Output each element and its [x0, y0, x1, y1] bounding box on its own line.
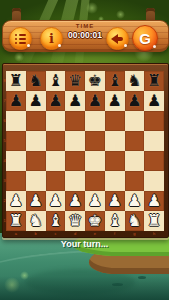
rank-label: 6: [3, 111, 6, 131]
chess-piece-black-bishop[interactable]: ♝: [107, 73, 121, 89]
timer-label: TIME: [66, 23, 104, 29]
rank-label: 3: [3, 171, 6, 191]
chess-piece-white-queen[interactable]: ♛: [68, 213, 82, 229]
chess-square-a6[interactable]: [6, 111, 26, 131]
chess-square-c8[interactable]: ♝: [46, 71, 66, 91]
rank-label: 4: [3, 151, 6, 171]
chess-piece-black-rook[interactable]: ♜: [147, 73, 161, 89]
file-coordinates: abcdefgh: [6, 231, 164, 237]
timer-value: 00:00:01: [66, 30, 104, 40]
button-shine: [58, 44, 61, 47]
file-label: h: [144, 231, 164, 237]
chess-square-a2[interactable]: ♟: [6, 191, 26, 211]
chess-piece-white-pawn[interactable]: ♟: [48, 193, 62, 209]
chess-piece-black-pawn[interactable]: ♟: [28, 93, 42, 109]
chess-piece-black-pawn[interactable]: ♟: [88, 93, 102, 109]
chess-square-b7[interactable]: ♟: [26, 91, 46, 111]
info-button[interactable]: i: [40, 27, 63, 50]
chess-square-a3[interactable]: [6, 171, 26, 191]
rank-label: 5: [3, 131, 6, 151]
chess-square-h1[interactable]: ♜: [144, 211, 164, 231]
menu-button[interactable]: [9, 27, 32, 50]
chess-piece-white-bishop[interactable]: ♝: [48, 213, 62, 229]
chess-square-d3[interactable]: [65, 171, 85, 191]
chess-piece-white-pawn[interactable]: ♟: [147, 193, 161, 209]
chess-piece-black-rook[interactable]: ♜: [9, 73, 23, 89]
info-icon: i: [49, 32, 54, 45]
chess-piece-white-rook[interactable]: ♜: [147, 213, 161, 229]
chess-square-e8[interactable]: ♚: [85, 71, 105, 91]
chess-square-c6[interactable]: [46, 111, 66, 131]
chess-piece-black-pawn[interactable]: ♟: [9, 93, 23, 109]
chess-square-c5[interactable]: [46, 131, 66, 151]
chess-piece-white-king[interactable]: ♚: [88, 213, 102, 229]
chess-piece-black-king[interactable]: ♚: [88, 73, 102, 89]
chess-square-f3[interactable]: [105, 171, 125, 191]
chess-square-e3[interactable]: [85, 171, 105, 191]
chess-piece-black-pawn[interactable]: ♟: [68, 93, 82, 109]
chess-board: ♜♞♝♛♚♝♞♜♟♟♟♟♟♟♟♟♟♟♟♟♟♟♟♟♜♞♝♛♚♝♞♜ abcdefg…: [2, 63, 169, 238]
chess-square-b8[interactable]: ♞: [26, 71, 46, 91]
chess-piece-black-bishop[interactable]: ♝: [48, 73, 62, 89]
chess-square-c1[interactable]: ♝: [46, 211, 66, 231]
file-label: g: [125, 231, 145, 237]
file-label: d: [65, 231, 85, 237]
file-label: f: [105, 231, 125, 237]
chess-square-a4[interactable]: [6, 151, 26, 171]
chess-square-f1[interactable]: ♝: [105, 211, 125, 231]
chess-square-g7[interactable]: ♟: [125, 91, 145, 111]
chess-square-h6[interactable]: [144, 111, 164, 131]
chess-square-g6[interactable]: [125, 111, 145, 131]
chess-piece-white-knight[interactable]: ♞: [127, 213, 141, 229]
chess-piece-black-knight[interactable]: ♞: [28, 73, 42, 89]
chess-piece-black-pawn[interactable]: ♟: [48, 93, 62, 109]
chess-square-f2[interactable]: ♟: [105, 191, 125, 211]
chess-square-f4[interactable]: [105, 151, 125, 171]
chess-square-c3[interactable]: [46, 171, 66, 191]
chess-square-g8[interactable]: ♞: [125, 71, 145, 91]
timer: TIME 00:00:01: [66, 23, 104, 40]
chess-piece-white-pawn[interactable]: ♟: [88, 193, 102, 209]
chess-piece-white-knight[interactable]: ♞: [28, 213, 42, 229]
chess-square-h7[interactable]: ♟: [144, 91, 164, 111]
chess-square-b1[interactable]: ♞: [26, 211, 46, 231]
chess-square-e5[interactable]: [85, 131, 105, 151]
rank-label: 8: [3, 71, 6, 91]
chess-piece-white-pawn[interactable]: ♟: [9, 193, 23, 209]
chess-square-f6[interactable]: [105, 111, 125, 131]
menu-list-icon: [15, 34, 26, 44]
chess-square-h3[interactable]: [144, 171, 164, 191]
chess-board-grid: ♜♞♝♛♚♝♞♜♟♟♟♟♟♟♟♟♟♟♟♟♟♟♟♟♜♞♝♛♚♝♞♜: [6, 71, 164, 231]
chess-square-a1[interactable]: ♜: [6, 211, 26, 231]
chess-square-e2[interactable]: ♟: [85, 191, 105, 211]
back-button[interactable]: [106, 27, 129, 50]
back-arrow-icon: [111, 34, 124, 44]
button-shine: [27, 44, 30, 47]
button-shine: [124, 44, 127, 47]
chess-square-c4[interactable]: [46, 151, 66, 171]
chess-piece-black-knight[interactable]: ♞: [127, 73, 141, 89]
rank-label: 7: [3, 91, 6, 111]
chess-square-d7[interactable]: ♟: [65, 91, 85, 111]
chess-square-h8[interactable]: ♜: [144, 71, 164, 91]
chess-square-d8[interactable]: ♛: [65, 71, 85, 91]
chess-square-b6[interactable]: [26, 111, 46, 131]
chess-square-b2[interactable]: ♟: [26, 191, 46, 211]
button-shine: [153, 45, 156, 48]
rank-coordinates: 87654321: [3, 71, 6, 231]
chess-square-e1[interactable]: ♚: [85, 211, 105, 231]
file-label: c: [46, 231, 66, 237]
chess-piece-white-bishop[interactable]: ♝: [107, 213, 121, 229]
chess-square-b3[interactable]: [26, 171, 46, 191]
rank-label: 1: [3, 211, 6, 231]
chess-square-e7[interactable]: ♟: [85, 91, 105, 111]
chess-square-a7[interactable]: ♟: [6, 91, 26, 111]
g-logo-icon: G: [139, 31, 151, 46]
chess-square-g2[interactable]: ♟: [125, 191, 145, 211]
chess-square-g3[interactable]: [125, 171, 145, 191]
rank-label: 2: [3, 191, 6, 211]
chess-square-d5[interactable]: [65, 131, 85, 151]
chess-piece-black-pawn[interactable]: ♟: [127, 93, 141, 109]
chess-square-c7[interactable]: ♟: [46, 91, 66, 111]
chess-square-d1[interactable]: ♛: [65, 211, 85, 231]
bokeh-dot: [116, 10, 125, 19]
chess-square-g4[interactable]: [125, 151, 145, 171]
chess-square-d4[interactable]: [65, 151, 85, 171]
chess-square-f8[interactable]: ♝: [105, 71, 125, 91]
chess-square-h4[interactable]: [144, 151, 164, 171]
chess-square-e4[interactable]: [85, 151, 105, 171]
chess-game-screen: i TIME 00:00:01 G ♜♞♝♛♚♝♞♜♟♟♟♟♟♟♟♟♟♟♟♟♟♟…: [0, 0, 169, 300]
chess-square-a8[interactable]: ♜: [6, 71, 26, 91]
chess-square-d2[interactable]: ♟: [65, 191, 85, 211]
file-label: e: [85, 231, 105, 237]
chess-square-c2[interactable]: ♟: [46, 191, 66, 211]
chess-piece-white-pawn[interactable]: ♟: [107, 193, 121, 209]
bokeh-dot: [86, 2, 98, 14]
chess-square-b4[interactable]: [26, 151, 46, 171]
bottom-vignette: [0, 276, 169, 300]
chess-square-f5[interactable]: [105, 131, 125, 151]
chess-square-f7[interactable]: ♟: [105, 91, 125, 111]
file-label: b: [26, 231, 46, 237]
chess-piece-white-pawn[interactable]: ♟: [68, 193, 82, 209]
chess-piece-white-pawn[interactable]: ♟: [28, 193, 42, 209]
chess-square-b5[interactable]: [26, 131, 46, 151]
chess-square-a5[interactable]: [6, 131, 26, 151]
chess-square-g1[interactable]: ♞: [125, 211, 145, 231]
logo-button[interactable]: G: [132, 25, 158, 51]
bokeh-dot: [14, 52, 24, 62]
chess-square-g5[interactable]: [125, 131, 145, 151]
chess-square-h5[interactable]: [144, 131, 164, 151]
chess-square-d6[interactable]: [65, 111, 85, 131]
chess-square-e6[interactable]: [85, 111, 105, 131]
file-label: a: [6, 231, 26, 237]
chess-piece-white-pawn[interactable]: ♟: [127, 193, 141, 209]
chess-piece-white-rook[interactable]: ♜: [9, 213, 23, 229]
chess-piece-black-queen[interactable]: ♛: [68, 73, 82, 89]
chess-piece-black-pawn[interactable]: ♟: [107, 93, 121, 109]
turn-status-text: Your turn...: [0, 239, 169, 249]
chess-square-h2[interactable]: ♟: [144, 191, 164, 211]
chess-piece-black-pawn[interactable]: ♟: [147, 93, 161, 109]
